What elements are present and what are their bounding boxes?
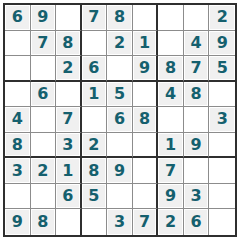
cell-digit: 4 [165,86,176,102]
cell-surface: 7 [159,159,182,182]
sudoku-cell-given: 4 [5,107,31,133]
cell-surface [159,6,182,29]
sudoku-cell-empty[interactable] [184,5,210,31]
cell-surface: 2 [83,134,106,156]
sudoku-cell-given: 9 [133,56,159,82]
cell-surface: 1 [159,134,182,156]
cell-surface: 1 [83,83,106,106]
cell-surface [210,159,234,182]
cell-digit: 7 [37,35,48,51]
cell-digit: 9 [114,163,125,179]
cell-surface [185,159,208,182]
sudoku-cell-given: 8 [133,107,159,133]
cell-surface: 6 [32,83,55,106]
sudoku-cell-empty[interactable] [31,107,57,133]
cell-surface: 9 [185,134,208,156]
sudoku-cell-empty[interactable] [5,82,31,108]
sudoku-cell-empty[interactable] [158,31,184,57]
sudoku-cell-given: 5 [107,82,133,108]
sudoku-cell-given: 5 [209,56,235,82]
sudoku-cell-empty[interactable] [209,133,235,159]
cell-digit: 3 [12,163,23,179]
sudoku-cell-given: 6 [107,107,133,133]
cell-digit: 7 [88,9,99,25]
sudoku-cell-empty[interactable] [5,56,31,82]
cell-surface: 8 [83,159,106,182]
cell-surface: 6 [185,210,208,234]
cell-digit: 3 [191,188,202,204]
sudoku-cell-given: 7 [82,5,108,31]
cell-digit: 8 [114,9,125,25]
cell-digit: 5 [114,86,125,102]
cell-surface: 9 [159,185,182,208]
sudoku-cell-given: 6 [5,5,31,31]
sudoku-cell-empty[interactable] [209,158,235,184]
cell-surface: 8 [32,210,55,234]
sudoku-cell-given: 7 [133,209,159,235]
cell-surface [83,210,106,234]
cell-digit: 3 [62,137,73,153]
cell-digit: 8 [165,60,176,76]
cell-digit: 7 [139,214,150,230]
cell-surface: 5 [210,57,234,79]
sudoku-cell-given: 9 [209,31,235,57]
sudoku-cell-empty[interactable] [133,184,159,210]
sudoku-cell-given: 4 [184,31,210,57]
cell-digit: 9 [217,35,228,51]
sudoku-cell-given: 2 [82,133,108,159]
sudoku-cell-given: 7 [56,107,82,133]
sudoku-cell-empty[interactable] [82,31,108,57]
sudoku-cell-given: 8 [5,133,31,159]
sudoku-cell-given: 2 [158,209,184,235]
sudoku-cell-empty[interactable] [56,82,82,108]
sudoku-board: 6978278214926987561548476838321932189765… [3,3,237,237]
sudoku-cell-given: 3 [209,107,235,133]
sudoku-cell-given: 1 [133,31,159,57]
sudoku-cell-empty[interactable] [82,209,108,235]
sudoku-cell-given: 8 [56,31,82,57]
cell-surface: 4 [185,32,208,55]
cell-surface [210,185,234,208]
sudoku-cell-given: 9 [158,184,184,210]
cell-digit: 6 [37,86,48,102]
sudoku-cell-empty[interactable] [133,133,159,159]
sudoku-cell-given: 2 [56,56,82,82]
sudoku-cell-empty[interactable] [158,107,184,133]
sudoku-cell-empty[interactable] [107,133,133,159]
cell-digit: 6 [12,9,23,25]
sudoku-cell-empty[interactable] [31,133,57,159]
sudoku-cell-given: 7 [31,31,57,57]
cell-surface [108,57,131,79]
sudoku-cell-given: 1 [82,82,108,108]
sudoku-cell-empty[interactable] [209,209,235,235]
sudoku-cell-given: 8 [184,82,210,108]
cell-surface [6,32,29,55]
sudoku-cell-given: 1 [56,158,82,184]
sudoku-cell-given: 7 [158,158,184,184]
cell-surface: 8 [108,6,131,29]
cell-digit: 2 [62,60,73,76]
cell-surface: 4 [159,83,182,106]
cell-surface: 9 [134,57,156,79]
cell-surface [83,108,106,131]
cell-digit: 9 [12,214,23,230]
sudoku-cell-given: 8 [82,158,108,184]
cell-surface [210,83,234,106]
sudoku-cell-empty[interactable] [107,56,133,82]
cell-digit: 3 [114,214,125,230]
cell-surface: 2 [32,159,55,182]
cell-digit: 8 [88,163,99,179]
cell-digit: 6 [114,111,125,127]
cell-surface [185,6,208,29]
cell-digit: 2 [165,214,176,230]
sudoku-cell-given: 3 [56,133,82,159]
cell-surface [57,83,79,106]
cell-surface: 3 [108,210,131,234]
cell-digit: 7 [165,163,176,179]
sudoku-cell-given: 2 [31,158,57,184]
cell-digit: 8 [62,35,73,51]
cell-digit: 4 [12,111,23,127]
cell-surface [134,185,156,208]
cell-surface: 2 [210,6,234,29]
sudoku-cell-given: 6 [56,184,82,210]
sudoku-cell-given: 2 [209,5,235,31]
sudoku-cell-empty[interactable] [133,82,159,108]
cell-digit: 9 [37,9,48,25]
cell-surface [159,32,182,55]
sudoku-cell-empty[interactable] [133,158,159,184]
sudoku-cell-empty[interactable] [56,5,82,31]
cell-digit: 8 [37,214,48,230]
cell-surface [32,134,55,156]
cell-digit: 8 [139,111,150,127]
sudoku-cell-given: 9 [5,209,31,235]
sudoku-cell-empty[interactable] [209,82,235,108]
cell-digit: 6 [62,188,73,204]
sudoku-cell-given: 4 [158,82,184,108]
cell-surface [134,6,156,29]
sudoku-cell-given: 8 [158,56,184,82]
sudoku-cell-given: 7 [184,56,210,82]
cell-surface: 9 [6,210,29,234]
sudoku-cell-empty[interactable] [209,184,235,210]
cell-surface: 9 [108,159,131,182]
cell-digit: 9 [191,137,202,153]
cell-surface [210,210,234,234]
cell-surface [32,185,55,208]
cell-surface: 7 [134,210,156,234]
sudoku-cell-empty[interactable] [31,56,57,82]
cell-surface: 5 [83,185,106,208]
cell-surface: 7 [83,6,106,29]
sudoku-cell-given: 9 [31,5,57,31]
cell-digit: 1 [165,137,176,153]
cell-surface [6,57,29,79]
cell-digit: 2 [217,9,228,25]
cell-digit: 4 [191,35,202,51]
sudoku-cell-given: 6 [31,82,57,108]
cell-surface: 2 [57,57,79,79]
sudoku-cell-empty[interactable] [5,31,31,57]
cell-surface: 8 [57,32,79,55]
cell-surface: 1 [134,32,156,55]
sudoku-cell-given: 3 [184,184,210,210]
cell-surface: 3 [57,134,79,156]
sudoku-cell-empty[interactable] [133,5,159,31]
sudoku-cell-given: 1 [158,133,184,159]
sudoku-cell-empty[interactable] [82,107,108,133]
cell-digit: 3 [217,111,228,127]
cell-surface: 6 [57,185,79,208]
cell-digit: 5 [217,60,228,76]
cell-surface [6,185,29,208]
cell-surface [108,185,131,208]
cell-surface: 4 [6,108,29,131]
sudoku-cell-given: 3 [107,209,133,235]
cell-surface: 5 [108,83,131,106]
cell-surface [134,83,156,106]
cell-surface [134,134,156,156]
cell-surface [210,134,234,156]
cell-digit: 7 [191,60,202,76]
cell-surface: 8 [134,108,156,131]
cell-surface: 7 [185,57,208,79]
cell-digit: 9 [139,60,150,76]
sudoku-cell-given: 3 [5,158,31,184]
cell-surface [32,108,55,131]
cell-surface: 8 [6,134,29,156]
sudoku-cell-empty[interactable] [56,209,82,235]
cell-surface: 2 [108,32,131,55]
cell-surface: 6 [108,108,131,131]
sudoku-cell-empty[interactable] [184,158,210,184]
cell-surface: 7 [32,32,55,55]
sudoku-cell-given: 5 [82,184,108,210]
sudoku-page: 6978278214926987561548476838321932189765… [0,0,240,240]
cell-digit: 2 [37,163,48,179]
sudoku-cell-empty[interactable] [184,107,210,133]
sudoku-cell-empty[interactable] [158,5,184,31]
cell-surface: 6 [6,6,29,29]
cell-digit: 1 [88,86,99,102]
cell-surface: 1 [57,159,79,182]
sudoku-cell-given: 2 [107,31,133,57]
cell-surface [32,57,55,79]
cell-digit: 8 [191,86,202,102]
cell-digit: 1 [62,163,73,179]
cell-surface [134,159,156,182]
cell-surface: 3 [6,159,29,182]
sudoku-cell-empty[interactable] [107,184,133,210]
sudoku-cell-empty[interactable] [5,184,31,210]
cell-surface: 3 [185,185,208,208]
cell-surface: 9 [210,32,234,55]
cell-surface [185,108,208,131]
sudoku-cell-given: 9 [184,133,210,159]
cell-surface: 2 [159,210,182,234]
cell-digit: 6 [88,60,99,76]
cell-surface: 8 [159,57,182,79]
sudoku-cell-given: 8 [107,5,133,31]
sudoku-cell-given: 6 [82,56,108,82]
cell-digit: 5 [88,188,99,204]
cell-surface [108,134,131,156]
cell-surface [83,32,106,55]
cell-surface [57,210,79,234]
sudoku-cell-empty[interactable] [31,184,57,210]
sudoku-cell-given: 6 [184,209,210,235]
sudoku-cell-given: 8 [31,209,57,235]
cell-surface: 3 [210,108,234,131]
cell-digit: 6 [191,214,202,230]
cell-digit: 2 [114,35,125,51]
cell-surface: 7 [57,108,79,131]
cell-digit: 8 [12,137,23,153]
cell-surface: 6 [83,57,106,79]
cell-digit: 2 [88,137,99,153]
cell-digit: 9 [165,188,176,204]
cell-digit: 7 [62,111,73,127]
cell-surface: 9 [32,6,55,29]
cell-digit: 1 [139,35,150,51]
cell-surface [6,83,29,106]
cell-surface [57,6,79,29]
cell-surface: 8 [185,83,208,106]
sudoku-cell-given: 9 [107,158,133,184]
cell-surface [159,108,182,131]
